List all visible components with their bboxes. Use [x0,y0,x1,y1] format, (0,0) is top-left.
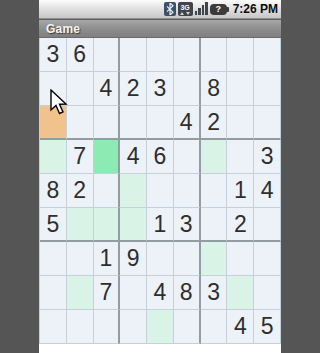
cell-r8c2[interactable] [67,276,94,310]
cell-r5c2[interactable]: 2 [67,174,94,208]
cell-r3c2[interactable] [67,106,94,140]
cell-r7c3[interactable]: 1 [94,242,121,276]
cell-r1c1[interactable]: 3 [40,38,67,72]
cell-r2c5[interactable]: 3 [147,72,174,106]
cell-r2c3[interactable]: 4 [94,72,121,106]
cell-r4c1[interactable] [40,140,67,174]
window-title: Game [46,22,80,36]
cell-r3c4[interactable] [120,106,147,140]
cell-r5c3[interactable] [94,174,121,208]
cell-r9c1[interactable] [40,310,67,344]
cell-r6c9[interactable] [254,208,281,242]
mobile-data-3g-icon: 3G [178,2,193,16]
cell-r8c9[interactable] [254,276,281,310]
cell-r1c8[interactable] [227,38,254,72]
cell-r7c2[interactable] [67,242,94,276]
cell-r2c8[interactable] [227,72,254,106]
cell-r8c8[interactable] [227,276,254,310]
cell-r9c7[interactable] [201,310,228,344]
cell-r2c9[interactable] [254,72,281,106]
cell-r7c8[interactable] [227,242,254,276]
cell-r6c3[interactable] [94,208,121,242]
cell-r5c4[interactable] [120,174,147,208]
cell-r9c9[interactable]: 5 [254,310,281,344]
cell-r1c2[interactable]: 6 [67,38,94,72]
mobile-data-label: 3G [180,4,189,11]
cell-r5c5[interactable] [147,174,174,208]
cell-r2c4[interactable]: 2 [120,72,147,106]
battery-unknown-icon: ? [210,4,227,15]
cell-r9c5[interactable] [147,310,174,344]
cell-r1c4[interactable] [120,38,147,72]
bluetooth-icon [164,2,176,16]
cell-r9c4[interactable] [120,310,147,344]
cell-r1c7[interactable] [201,38,228,72]
signal-strength-icon [195,2,208,16]
cell-r4c9[interactable]: 3 [254,140,281,174]
cell-r1c5[interactable] [147,38,174,72]
cell-r6c8[interactable]: 2 [227,208,254,242]
cell-r8c6[interactable]: 8 [174,276,201,310]
status-clock: 7:26 PM [233,2,278,16]
cell-r8c1[interactable] [40,276,67,310]
cell-r9c3[interactable] [94,310,121,344]
cell-r8c5[interactable]: 4 [147,276,174,310]
cell-r8c3[interactable]: 7 [94,276,121,310]
cell-r7c7[interactable] [201,242,228,276]
cell-r5c7[interactable] [201,174,228,208]
cell-r3c9[interactable] [254,106,281,140]
cell-r8c4[interactable] [120,276,147,310]
cell-r6c2[interactable] [67,208,94,242]
cell-r6c5[interactable]: 1 [147,208,174,242]
cell-r4c6[interactable] [174,140,201,174]
phone-screen: 3G ? 7:26 PM Game 3642384274638214513219… [39,0,281,353]
cell-r3c8[interactable] [227,106,254,140]
cell-r8c7[interactable]: 3 [201,276,228,310]
cell-r7c1[interactable] [40,242,67,276]
cell-r3c5[interactable] [147,106,174,140]
cell-r3c7[interactable]: 2 [201,106,228,140]
cell-r2c1[interactable] [40,72,67,106]
cell-r4c4[interactable]: 4 [120,140,147,174]
cell-r5c6[interactable] [174,174,201,208]
cell-r2c6[interactable] [174,72,201,106]
cell-r5c9[interactable]: 4 [254,174,281,208]
cell-r2c2[interactable] [67,72,94,106]
cell-r4c7[interactable] [201,140,228,174]
sudoku-board: 3642384274638214513219748345 [39,38,281,344]
cell-r4c5[interactable]: 6 [147,140,174,174]
cell-r7c5[interactable] [147,242,174,276]
cell-r2c7[interactable]: 8 [201,72,228,106]
cell-r6c4[interactable] [120,208,147,242]
cell-r6c1[interactable]: 5 [40,208,67,242]
title-bar: Game [39,19,281,38]
cell-r1c6[interactable] [174,38,201,72]
cell-r7c9[interactable] [254,242,281,276]
battery-question-text: ? [210,4,227,15]
cell-r9c6[interactable] [174,310,201,344]
cell-r6c7[interactable] [201,208,228,242]
cell-r9c2[interactable] [67,310,94,344]
cell-r6c6[interactable]: 3 [174,208,201,242]
status-bar: 3G ? 7:26 PM [39,0,281,19]
cell-r9c8[interactable]: 4 [227,310,254,344]
cell-r7c6[interactable] [174,242,201,276]
bottom-strip [39,344,281,353]
cell-r3c1[interactable] [40,106,67,140]
cell-r1c3[interactable] [94,38,121,72]
cell-r7c4[interactable]: 9 [120,242,147,276]
cell-r5c1[interactable]: 8 [40,174,67,208]
cell-r4c2[interactable]: 7 [67,140,94,174]
cell-r3c6[interactable]: 4 [174,106,201,140]
cell-r5c8[interactable]: 1 [227,174,254,208]
cell-r4c3[interactable] [94,140,121,174]
cell-r3c3[interactable] [94,106,121,140]
cell-r4c8[interactable] [227,140,254,174]
cell-r1c9[interactable] [254,38,281,72]
